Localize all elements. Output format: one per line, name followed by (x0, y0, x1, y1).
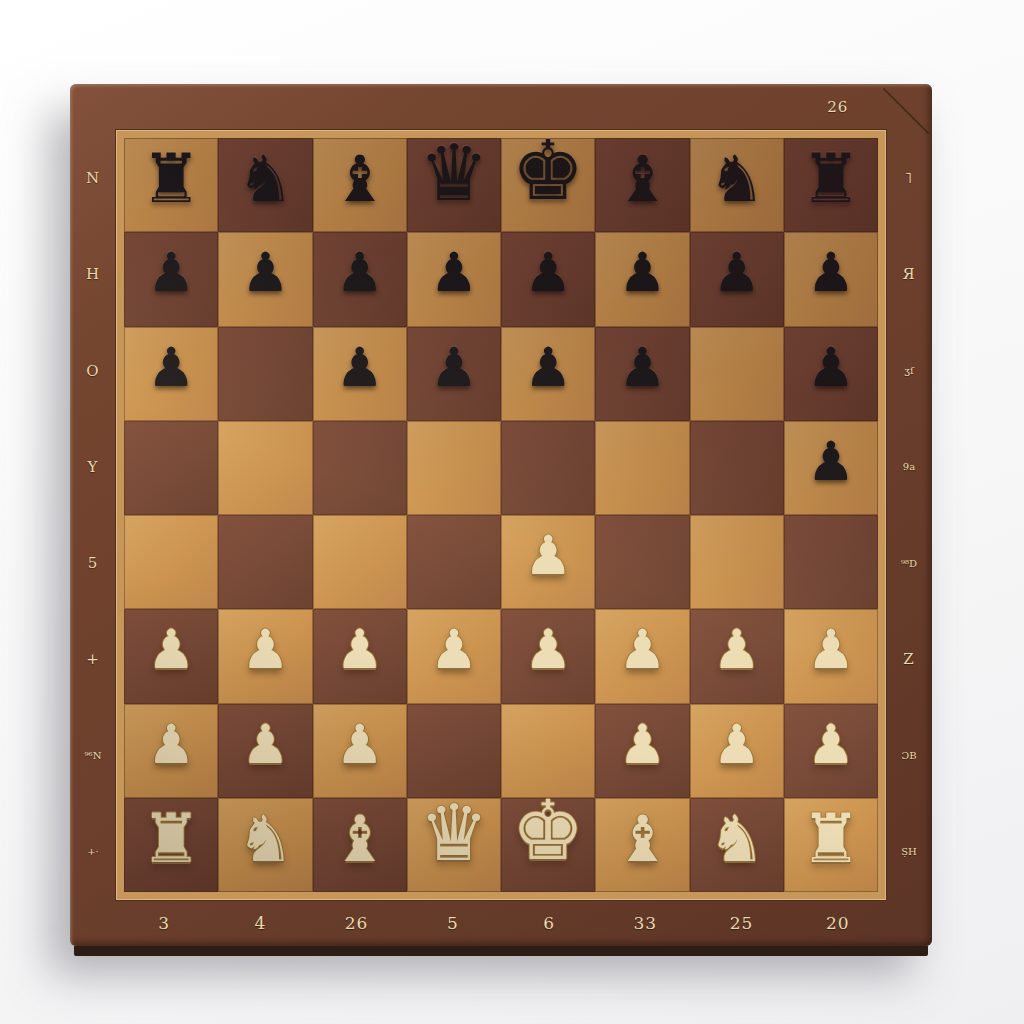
piece-white-pawn: ♟ (430, 623, 478, 677)
square-c2[interactable]: ♟ (313, 704, 407, 798)
piece-white-rook: ♜ (141, 805, 202, 873)
edge-right-rank-label-8: ˥ (886, 130, 932, 226)
edge-left-rank-label-4: 5 (70, 515, 116, 611)
piece-white-pawn: ♟ (524, 529, 572, 583)
square-c6[interactable]: ♟ (313, 327, 407, 421)
edge-top-file-label-b (212, 84, 308, 130)
square-a8[interactable]: ♜ (124, 138, 218, 232)
square-h3[interactable]: ♟ (784, 609, 878, 703)
edge-right-rank-label-2: ƆB (886, 708, 932, 804)
edge-bottom-file-label-f: 33 (597, 900, 693, 946)
edge-bottom-file-label-e: 6 (501, 900, 597, 946)
square-b3[interactable]: ♟ (218, 609, 312, 703)
piece-black-pawn: ♟ (335, 341, 383, 395)
square-h2[interactable]: ♟ (784, 704, 878, 798)
bottom-edge-labels: 342656332520 (116, 900, 886, 946)
square-a5[interactable] (124, 421, 218, 515)
piece-white-pawn: ♟ (147, 718, 195, 772)
square-d6[interactable]: ♟ (407, 327, 501, 421)
piece-black-bishop: ♝ (614, 147, 671, 211)
edge-bottom-file-label-c: 26 (309, 900, 405, 946)
square-e6[interactable]: ♟ (501, 327, 595, 421)
square-h6[interactable]: ♟ (784, 327, 878, 421)
left-edge-labels: NHOY5+⁹⁶N+· (70, 130, 116, 900)
square-e8[interactable]: ♚ (501, 138, 595, 232)
piece-white-pawn: ♟ (524, 623, 572, 677)
edge-left-rank-label-5: Y (70, 419, 116, 515)
square-g3[interactable]: ♟ (690, 609, 784, 703)
square-c7[interactable]: ♟ (313, 232, 407, 326)
square-f8[interactable]: ♝ (595, 138, 689, 232)
square-c4[interactable] (313, 515, 407, 609)
square-f3[interactable]: ♟ (595, 609, 689, 703)
edge-top-file-label-h: 26 (790, 84, 886, 130)
square-d1[interactable]: ♛ (407, 798, 501, 892)
edge-right-rank-label-4: ⁹⁸D (886, 515, 932, 611)
edge-top-file-label-a (116, 84, 212, 130)
square-a6[interactable]: ♟ (124, 327, 218, 421)
piece-black-queen: ♛ (419, 134, 489, 212)
piece-black-rook: ♜ (800, 145, 861, 213)
piece-white-pawn: ♟ (335, 623, 383, 677)
piece-black-bishop: ♝ (331, 147, 388, 211)
piece-black-pawn: ♟ (712, 246, 760, 300)
square-c5[interactable] (313, 421, 407, 515)
square-d2[interactable] (407, 704, 501, 798)
piece-black-pawn: ♟ (524, 246, 572, 300)
edge-bottom-file-label-g: 25 (694, 900, 790, 946)
square-e1[interactable]: ♚ (501, 798, 595, 892)
chess-board: 26 342656332520 NHOY5+⁹⁶N+· ˥Яʒſ9a⁹⁸DZƆB… (70, 84, 932, 946)
square-e4[interactable]: ♟ (501, 515, 595, 609)
piece-white-pawn: ♟ (807, 718, 855, 772)
top-edge-labels: 26 (116, 84, 886, 130)
edge-top-file-label-f (597, 84, 693, 130)
edge-left-rank-label-1: +· (70, 804, 116, 900)
edge-bottom-file-label-h: 20 (790, 900, 886, 946)
right-edge-labels: ˥Яʒſ9a⁹⁸DZƆBṢH (886, 130, 932, 900)
piece-black-pawn: ♟ (147, 341, 195, 395)
piece-black-knight: ♞ (237, 147, 294, 211)
edge-left-rank-label-7: H (70, 226, 116, 322)
edge-right-rank-label-7: Я (886, 226, 932, 322)
square-b4[interactable] (218, 515, 312, 609)
square-a4[interactable] (124, 515, 218, 609)
piece-black-pawn: ♟ (807, 341, 855, 395)
edge-left-rank-label-8: N (70, 130, 116, 226)
edge-right-rank-label-6: ʒſ (886, 323, 932, 419)
square-g5[interactable] (690, 421, 784, 515)
piece-white-pawn: ♟ (147, 623, 195, 677)
square-d7[interactable]: ♟ (407, 232, 501, 326)
edge-left-rank-label-6: O (70, 323, 116, 419)
edge-bottom-file-label-a: 3 (116, 900, 212, 946)
square-f7[interactable]: ♟ (595, 232, 689, 326)
square-f5[interactable] (595, 421, 689, 515)
piece-black-king: ♚ (511, 130, 585, 212)
square-h4[interactable] (784, 515, 878, 609)
piece-black-pawn: ♟ (618, 341, 666, 395)
square-g7[interactable]: ♟ (690, 232, 784, 326)
square-e3[interactable]: ♟ (501, 609, 595, 703)
square-g8[interactable]: ♞ (690, 138, 784, 232)
square-c1[interactable]: ♝ (313, 798, 407, 892)
square-c3[interactable]: ♟ (313, 609, 407, 703)
edge-top-file-label-d (405, 84, 501, 130)
piece-white-knight: ♞ (237, 807, 294, 871)
square-h5[interactable]: ♟ (784, 421, 878, 515)
edge-left-rank-label-2: ⁹⁶N (70, 708, 116, 804)
piece-white-rook: ♜ (800, 805, 861, 873)
piece-white-queen: ♛ (419, 794, 489, 872)
piece-black-rook: ♜ (141, 145, 202, 213)
piece-white-pawn: ♟ (712, 718, 760, 772)
square-a1[interactable]: ♜ (124, 798, 218, 892)
square-h8[interactable]: ♜ (784, 138, 878, 232)
piece-black-pawn: ♟ (807, 246, 855, 300)
square-a7[interactable]: ♟ (124, 232, 218, 326)
piece-black-knight: ♞ (708, 147, 765, 211)
edge-right-rank-label-1: ṢH (886, 804, 932, 900)
piece-black-pawn: ♟ (618, 246, 666, 300)
edge-left-rank-label-3: + (70, 611, 116, 707)
edge-bottom-file-label-b: 4 (212, 900, 308, 946)
square-f2[interactable]: ♟ (595, 704, 689, 798)
square-g6[interactable] (690, 327, 784, 421)
square-d5[interactable] (407, 421, 501, 515)
square-a2[interactable]: ♟ (124, 704, 218, 798)
square-b1[interactable]: ♞ (218, 798, 312, 892)
square-g4[interactable] (690, 515, 784, 609)
piece-black-pawn: ♟ (430, 246, 478, 300)
square-f1[interactable]: ♝ (595, 798, 689, 892)
square-e7[interactable]: ♟ (501, 232, 595, 326)
square-g1[interactable]: ♞ (690, 798, 784, 892)
piece-white-pawn: ♟ (807, 623, 855, 677)
square-d4[interactable] (407, 515, 501, 609)
edge-right-rank-label-3: Z (886, 611, 932, 707)
board-grid: ♜♞♝♛♚♝♞♜♟♟♟♟♟♟♟♟♟♟♟♟♟♟♟♟♟♟♟♟♟♟♟♟♟♟♟♟♟♟♜♞… (124, 138, 878, 892)
piece-black-pawn: ♟ (335, 246, 383, 300)
square-b7[interactable]: ♟ (218, 232, 312, 326)
piece-white-pawn: ♟ (712, 623, 760, 677)
square-c8[interactable]: ♝ (313, 138, 407, 232)
square-d8[interactable]: ♛ (407, 138, 501, 232)
edge-right-rank-label-5: 9a (886, 419, 932, 515)
edge-bottom-file-label-d: 5 (405, 900, 501, 946)
piece-white-pawn: ♟ (335, 718, 383, 772)
piece-black-pawn: ♟ (430, 341, 478, 395)
piece-black-pawn: ♟ (147, 246, 195, 300)
square-b2[interactable]: ♟ (218, 704, 312, 798)
piece-white-king: ♚ (511, 790, 585, 872)
piece-white-pawn: ♟ (241, 718, 289, 772)
square-a3[interactable]: ♟ (124, 609, 218, 703)
piece-white-pawn: ♟ (618, 718, 666, 772)
square-g2[interactable]: ♟ (690, 704, 784, 798)
square-f4[interactable] (595, 515, 689, 609)
piece-white-bishop: ♝ (331, 807, 388, 871)
square-h1[interactable]: ♜ (784, 798, 878, 892)
edge-top-file-label-c (309, 84, 405, 130)
square-b6[interactable] (218, 327, 312, 421)
piece-white-pawn: ♟ (618, 623, 666, 677)
square-e5[interactable] (501, 421, 595, 515)
board-inner-frame: ♜♞♝♛♚♝♞♜♟♟♟♟♟♟♟♟♟♟♟♟♟♟♟♟♟♟♟♟♟♟♟♟♟♟♟♟♟♟♜♞… (116, 130, 886, 900)
square-d3[interactable]: ♟ (407, 609, 501, 703)
piece-black-pawn: ♟ (807, 435, 855, 489)
square-h7[interactable]: ♟ (784, 232, 878, 326)
piece-black-pawn: ♟ (524, 341, 572, 395)
square-f6[interactable]: ♟ (595, 327, 689, 421)
square-b8[interactable]: ♞ (218, 138, 312, 232)
piece-white-bishop: ♝ (614, 807, 671, 871)
edge-top-file-label-g (694, 84, 790, 130)
piece-white-pawn: ♟ (241, 623, 289, 677)
board-corner-seam (883, 88, 930, 135)
square-b5[interactable] (218, 421, 312, 515)
piece-white-knight: ♞ (708, 807, 765, 871)
piece-black-pawn: ♟ (241, 246, 289, 300)
